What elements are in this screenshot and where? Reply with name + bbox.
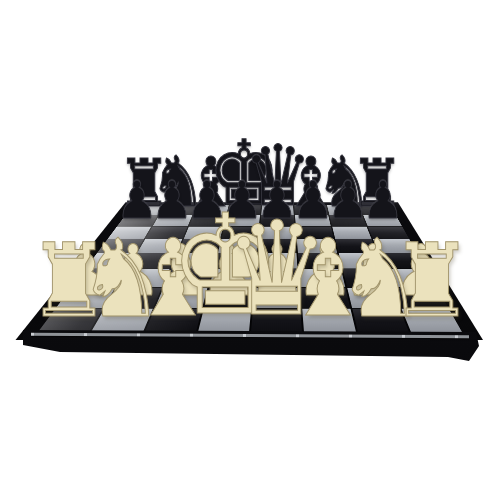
pieces-layer: ♜♞♝♚♛♝♞♜♟♟♟♟♟♟♟♟♟♟♟♟♟♟♟♟♜♞♝♚♛♝♞♜: [0, 0, 500, 500]
chess-set-photo: ♜♞♝♚♛♝♞♜♟♟♟♟♟♟♟♟♟♟♟♟♟♟♟♟♜♞♝♚♛♝♞♜: [0, 0, 500, 500]
piece-white-rook-h1[interactable]: ♜: [391, 230, 473, 332]
